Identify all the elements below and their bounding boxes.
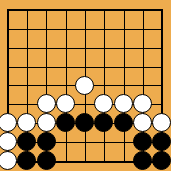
white-stone xyxy=(94,94,113,113)
intersection-G6[interactable] xyxy=(114,57,133,76)
white-stone xyxy=(56,94,75,113)
intersection-J6[interactable] xyxy=(152,57,171,76)
black-stone xyxy=(17,151,36,170)
intersection-F5[interactable] xyxy=(94,76,113,95)
intersection-J8[interactable] xyxy=(152,19,171,38)
intersection-H9[interactable] xyxy=(133,0,152,19)
intersection-J2[interactable] xyxy=(152,132,171,151)
white-stone xyxy=(133,113,152,132)
white-stone xyxy=(0,151,17,170)
white-stone xyxy=(133,94,152,113)
intersection-E1[interactable] xyxy=(75,151,94,170)
white-stone xyxy=(17,113,36,132)
white-stone xyxy=(37,94,56,113)
intersection-F4[interactable] xyxy=(94,94,113,113)
intersection-B2[interactable] xyxy=(17,132,36,151)
intersection-C6[interactable] xyxy=(37,57,56,76)
intersection-A2[interactable] xyxy=(0,132,17,151)
black-stone xyxy=(94,113,113,132)
intersection-H7[interactable] xyxy=(133,38,152,57)
intersection-H2[interactable] xyxy=(133,132,152,151)
intersection-E5[interactable] xyxy=(75,76,94,95)
intersection-A3[interactable] xyxy=(0,113,17,132)
intersection-J9[interactable] xyxy=(152,0,171,19)
intersection-H3[interactable] xyxy=(133,113,152,132)
intersection-G8[interactable] xyxy=(114,19,133,38)
black-stone xyxy=(56,113,75,132)
white-stone xyxy=(114,94,133,113)
black-stone xyxy=(114,113,133,132)
intersection-E7[interactable] xyxy=(75,38,94,57)
intersection-G3[interactable] xyxy=(114,113,133,132)
intersection-E3[interactable] xyxy=(75,113,94,132)
intersection-F7[interactable] xyxy=(94,38,113,57)
intersection-B4[interactable] xyxy=(17,94,36,113)
intersection-J3[interactable] xyxy=(152,113,171,132)
intersection-C1[interactable] xyxy=(37,151,56,170)
intersection-B9[interactable] xyxy=(17,0,36,19)
intersection-J5[interactable] xyxy=(152,76,171,95)
intersection-A7[interactable] xyxy=(0,38,17,57)
intersection-D6[interactable] xyxy=(56,57,75,76)
intersection-D8[interactable] xyxy=(56,19,75,38)
intersection-A8[interactable] xyxy=(0,19,17,38)
intersection-F3[interactable] xyxy=(94,113,113,132)
intersection-G2[interactable] xyxy=(114,132,133,151)
intersection-F9[interactable] xyxy=(94,0,113,19)
intersection-B8[interactable] xyxy=(17,19,36,38)
intersection-D5[interactable] xyxy=(56,76,75,95)
intersection-E9[interactable] xyxy=(75,0,94,19)
intersection-G1[interactable] xyxy=(114,151,133,170)
intersection-D1[interactable] xyxy=(56,151,75,170)
intersection-D4[interactable] xyxy=(56,94,75,113)
intersection-B7[interactable] xyxy=(17,38,36,57)
intersection-A4[interactable] xyxy=(0,94,17,113)
intersection-D7[interactable] xyxy=(56,38,75,57)
intersection-G5[interactable] xyxy=(114,76,133,95)
intersection-G7[interactable] xyxy=(114,38,133,57)
black-stone xyxy=(17,132,36,151)
intersection-H4[interactable] xyxy=(133,94,152,113)
intersection-B1[interactable] xyxy=(17,151,36,170)
intersection-A5[interactable] xyxy=(0,76,17,95)
intersection-E4[interactable] xyxy=(75,94,94,113)
intersection-A1[interactable] xyxy=(0,151,17,170)
intersection-H1[interactable] xyxy=(133,151,152,170)
intersection-B6[interactable] xyxy=(17,57,36,76)
black-stone xyxy=(75,113,94,132)
black-stone xyxy=(133,132,152,151)
intersection-F1[interactable] xyxy=(94,151,113,170)
intersection-B3[interactable] xyxy=(17,113,36,132)
black-stone xyxy=(37,132,56,151)
intersection-D2[interactable] xyxy=(56,132,75,151)
intersection-G4[interactable] xyxy=(114,94,133,113)
intersection-C8[interactable] xyxy=(37,19,56,38)
white-stone xyxy=(152,113,171,132)
stone-grid xyxy=(0,0,171,170)
intersection-H6[interactable] xyxy=(133,57,152,76)
white-stone xyxy=(75,76,94,95)
intersection-F8[interactable] xyxy=(94,19,113,38)
white-stone xyxy=(0,132,17,151)
intersection-F2[interactable] xyxy=(94,132,113,151)
intersection-D3[interactable] xyxy=(56,113,75,132)
intersection-J1[interactable] xyxy=(152,151,171,170)
intersection-G9[interactable] xyxy=(114,0,133,19)
intersection-C4[interactable] xyxy=(37,94,56,113)
white-stone xyxy=(37,113,56,132)
intersection-E8[interactable] xyxy=(75,19,94,38)
intersection-H5[interactable] xyxy=(133,76,152,95)
intersection-C7[interactable] xyxy=(37,38,56,57)
intersection-C3[interactable] xyxy=(37,113,56,132)
intersection-F6[interactable] xyxy=(94,57,113,76)
intersection-A9[interactable] xyxy=(0,0,17,19)
go-board xyxy=(0,0,171,171)
black-stone xyxy=(37,151,56,170)
intersection-D9[interactable] xyxy=(56,0,75,19)
intersection-H8[interactable] xyxy=(133,19,152,38)
white-stone xyxy=(0,113,17,132)
intersection-C2[interactable] xyxy=(37,132,56,151)
intersection-C5[interactable] xyxy=(37,76,56,95)
intersection-E2[interactable] xyxy=(75,132,94,151)
intersection-A6[interactable] xyxy=(0,57,17,76)
intersection-E6[interactable] xyxy=(75,57,94,76)
intersection-C9[interactable] xyxy=(37,0,56,19)
black-stone xyxy=(133,151,152,170)
black-stone xyxy=(152,151,171,170)
black-stone xyxy=(152,132,171,151)
intersection-J4[interactable] xyxy=(152,94,171,113)
intersection-J7[interactable] xyxy=(152,38,171,57)
intersection-B5[interactable] xyxy=(17,76,36,95)
